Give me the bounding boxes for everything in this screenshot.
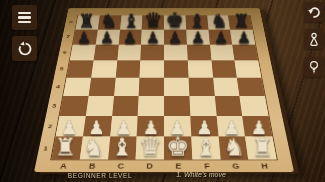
white-bishop[interactable]: ♝ xyxy=(195,135,217,159)
square-g1[interactable]: ♞ xyxy=(218,137,248,160)
white-knight[interactable]: ♞ xyxy=(83,135,105,159)
square-g3[interactable] xyxy=(214,96,242,116)
square-f5[interactable] xyxy=(188,61,213,78)
file-label-c: C xyxy=(106,160,136,172)
square-h5[interactable] xyxy=(235,61,262,78)
square-d7[interactable]: ♟ xyxy=(141,30,164,45)
hint-button[interactable] xyxy=(304,57,324,77)
square-h7[interactable]: ♟ xyxy=(230,30,255,45)
black-pawn[interactable]: ♟ xyxy=(236,29,250,45)
square-g6[interactable] xyxy=(210,45,235,61)
square-d3[interactable] xyxy=(138,96,164,116)
board-grid[interactable]: ♜♞♝♛♚♝♞♜♟♟♟♟♟♟♟♟♟♟♟♟♟♟♟♟♜♞♝♛♚♝♞♜ xyxy=(50,15,278,160)
square-c6[interactable] xyxy=(117,45,141,61)
square-g4[interactable] xyxy=(213,78,240,96)
square-h3[interactable] xyxy=(240,96,269,116)
black-pawn[interactable]: ♟ xyxy=(214,29,228,45)
pieces-style-button[interactable] xyxy=(304,29,324,49)
square-a4[interactable] xyxy=(63,78,91,96)
square-b4[interactable] xyxy=(88,78,115,96)
square-c4[interactable] xyxy=(114,78,140,96)
square-f7[interactable]: ♟ xyxy=(186,30,210,45)
square-a7[interactable]: ♟ xyxy=(73,30,98,45)
black-pawn[interactable]: ♟ xyxy=(100,29,114,45)
square-c3[interactable] xyxy=(112,96,139,116)
undo-icon xyxy=(307,5,321,19)
chess-app-background: ♜♞♝♛♚♝♞♜♟♟♟♟♟♟♟♟♟♟♟♟♟♟♟♟♜♞♝♛♚♝♞♜ ABCDEFG… xyxy=(0,0,325,182)
white-rook[interactable]: ♜ xyxy=(55,135,77,159)
white-knight[interactable]: ♞ xyxy=(223,135,245,159)
white-queen[interactable]: ♛ xyxy=(138,134,162,160)
square-b3[interactable] xyxy=(86,96,114,116)
square-e1[interactable]: ♚ xyxy=(164,137,192,160)
square-e4[interactable] xyxy=(164,78,189,96)
square-e3[interactable] xyxy=(164,96,190,116)
square-a1[interactable]: ♜ xyxy=(51,137,82,160)
chess-board-scene: ♜♞♝♛♚♝♞♜♟♟♟♟♟♟♟♟♟♟♟♟♟♟♟♟♜♞♝♛♚♝♞♜ ABCDEFG… xyxy=(34,8,294,172)
file-label-b: B xyxy=(77,160,107,172)
square-d5[interactable] xyxy=(140,61,164,78)
square-b7[interactable]: ♟ xyxy=(96,30,120,45)
square-b1[interactable]: ♞ xyxy=(80,137,110,160)
black-pawn[interactable]: ♟ xyxy=(168,29,182,45)
square-d6[interactable] xyxy=(140,45,164,61)
black-pawn[interactable]: ♟ xyxy=(77,29,91,45)
square-e7[interactable]: ♟ xyxy=(164,30,187,45)
square-b5[interactable] xyxy=(91,61,117,78)
undo-move-button[interactable] xyxy=(304,2,324,22)
white-king[interactable]: ♚ xyxy=(166,134,190,160)
file-label-a: A xyxy=(48,160,79,172)
pawn-outline-icon xyxy=(307,32,321,46)
chess-board: ♜♞♝♛♚♝♞♜♟♟♟♟♟♟♟♟♟♟♟♟♟♟♟♟♜♞♝♛♚♝♞♜ ABCDEFG… xyxy=(34,8,294,172)
white-bishop[interactable]: ♝ xyxy=(111,135,133,159)
square-b6[interactable] xyxy=(93,45,118,61)
lightbulb-icon xyxy=(307,60,321,74)
square-c5[interactable] xyxy=(115,61,140,78)
level-label: BEGINNER LEVEL xyxy=(52,172,148,179)
menu-button[interactable] xyxy=(12,5,37,30)
hamburger-icon xyxy=(18,12,31,14)
square-h1[interactable]: ♜ xyxy=(245,137,276,160)
file-label-h: H xyxy=(249,160,280,172)
square-d4[interactable] xyxy=(139,78,164,96)
square-f3[interactable] xyxy=(189,96,216,116)
square-f1[interactable]: ♝ xyxy=(191,137,220,160)
square-a3[interactable] xyxy=(60,96,89,116)
rotate-board-button[interactable] xyxy=(12,36,37,61)
black-pawn[interactable]: ♟ xyxy=(146,29,160,45)
square-e5[interactable] xyxy=(164,61,188,78)
move-indicator: 1. White's move xyxy=(158,171,244,178)
square-g5[interactable] xyxy=(211,61,237,78)
square-c1[interactable]: ♝ xyxy=(108,137,137,160)
square-c7[interactable]: ♟ xyxy=(118,30,142,45)
square-h4[interactable] xyxy=(237,78,265,96)
square-h6[interactable] xyxy=(232,45,258,61)
square-a5[interactable] xyxy=(67,61,94,78)
black-pawn[interactable]: ♟ xyxy=(123,29,137,45)
square-a6[interactable] xyxy=(70,45,96,61)
rotate-board-icon xyxy=(17,41,33,57)
white-rook[interactable]: ♜ xyxy=(251,135,273,159)
square-f4[interactable] xyxy=(188,78,214,96)
square-g7[interactable]: ♟ xyxy=(208,30,232,45)
black-pawn[interactable]: ♟ xyxy=(191,29,205,45)
square-e6[interactable] xyxy=(164,45,188,61)
square-d1[interactable]: ♛ xyxy=(136,137,164,160)
square-f6[interactable] xyxy=(187,45,211,61)
